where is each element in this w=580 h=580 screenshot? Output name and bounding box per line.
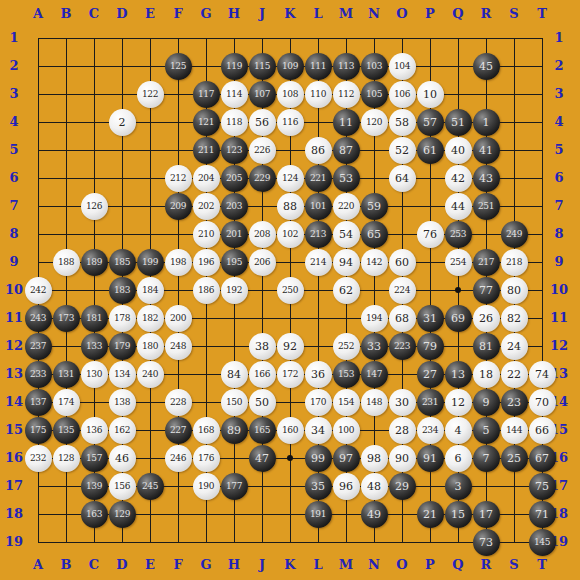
black-stone-O17[interactable]: 29 <box>389 473 416 500</box>
white-stone-K4[interactable]: 116 <box>277 109 304 136</box>
board-point-R5[interactable]: 41 <box>472 136 500 164</box>
white-stone-E10[interactable]: 184 <box>137 277 164 304</box>
black-stone-D9[interactable]: 185 <box>109 249 136 276</box>
board-point-L13[interactable]: 36 <box>304 360 332 388</box>
white-stone-C15[interactable]: 136 <box>81 417 108 444</box>
white-stone-H10[interactable]: 192 <box>221 277 248 304</box>
board-point-H14[interactable]: 150 <box>220 388 248 416</box>
white-stone-O4[interactable]: 58 <box>389 109 416 136</box>
white-stone-M15[interactable]: 100 <box>333 417 360 444</box>
white-stone-H14[interactable]: 150 <box>221 389 248 416</box>
board-point-S15[interactable]: 144 <box>500 416 528 444</box>
board-point-K4[interactable]: 116 <box>276 108 304 136</box>
board-point-R9[interactable]: 217 <box>472 248 500 276</box>
white-stone-S10[interactable]: 80 <box>501 277 528 304</box>
black-stone-Q4[interactable]: 51 <box>445 109 472 136</box>
board-point-Q5[interactable]: 40 <box>444 136 472 164</box>
white-stone-O14[interactable]: 30 <box>389 389 416 416</box>
board-point-A15[interactable]: 175 <box>24 416 52 444</box>
board-point-H6[interactable]: 205 <box>220 164 248 192</box>
white-stone-E11[interactable]: 182 <box>137 305 164 332</box>
board-point-S14[interactable]: 23 <box>500 388 528 416</box>
board-point-M7[interactable]: 220 <box>332 192 360 220</box>
white-stone-N11[interactable]: 194 <box>361 305 388 332</box>
board-point-S8[interactable]: 249 <box>500 220 528 248</box>
white-stone-K7[interactable]: 88 <box>277 193 304 220</box>
board-point-H8[interactable]: 201 <box>220 220 248 248</box>
board-point-K13[interactable]: 172 <box>276 360 304 388</box>
black-stone-R7[interactable]: 251 <box>473 193 500 220</box>
white-stone-O10[interactable]: 224 <box>389 277 416 304</box>
board-point-F11[interactable]: 200 <box>164 304 192 332</box>
white-stone-E3[interactable]: 122 <box>137 81 164 108</box>
white-stone-G9[interactable]: 196 <box>193 249 220 276</box>
board-point-N16[interactable]: 98 <box>360 444 388 472</box>
black-stone-H8[interactable]: 201 <box>221 221 248 248</box>
board-point-L16[interactable]: 99 <box>304 444 332 472</box>
board-point-T19[interactable]: 145 <box>528 528 556 556</box>
board-point-A10[interactable]: 242 <box>24 276 52 304</box>
board-point-F7[interactable]: 209 <box>164 192 192 220</box>
board-point-G17[interactable]: 190 <box>192 472 220 500</box>
board-point-P13[interactable]: 27 <box>416 360 444 388</box>
board-point-L5[interactable]: 86 <box>304 136 332 164</box>
board-point-J15[interactable]: 165 <box>248 416 276 444</box>
white-stone-E13[interactable]: 240 <box>137 361 164 388</box>
white-stone-N14[interactable]: 148 <box>361 389 388 416</box>
board-point-Q8[interactable]: 253 <box>444 220 472 248</box>
black-stone-H9[interactable]: 195 <box>221 249 248 276</box>
board-point-O2[interactable]: 104 <box>388 52 416 80</box>
white-stone-S12[interactable]: 24 <box>501 333 528 360</box>
black-stone-P5[interactable]: 61 <box>417 137 444 164</box>
board-point-E10[interactable]: 184 <box>136 276 164 304</box>
black-stone-O12[interactable]: 223 <box>389 333 416 360</box>
black-stone-R2[interactable]: 45 <box>473 53 500 80</box>
board-point-Q15[interactable]: 4 <box>444 416 472 444</box>
board-point-C7[interactable]: 126 <box>80 192 108 220</box>
board-point-M8[interactable]: 54 <box>332 220 360 248</box>
white-stone-G8[interactable]: 210 <box>193 221 220 248</box>
board-point-S11[interactable]: 82 <box>500 304 528 332</box>
black-stone-Q8[interactable]: 253 <box>445 221 472 248</box>
black-stone-P18[interactable]: 21 <box>417 501 444 528</box>
board-point-C11[interactable]: 181 <box>80 304 108 332</box>
board-point-L9[interactable]: 214 <box>304 248 332 276</box>
board-point-G15[interactable]: 168 <box>192 416 220 444</box>
board-point-R19[interactable]: 73 <box>472 528 500 556</box>
board-point-Q13[interactable]: 13 <box>444 360 472 388</box>
white-stone-G10[interactable]: 186 <box>193 277 220 304</box>
board-point-H2[interactable]: 119 <box>220 52 248 80</box>
board-point-G9[interactable]: 196 <box>192 248 220 276</box>
white-stone-P8[interactable]: 76 <box>417 221 444 248</box>
board-point-B14[interactable]: 174 <box>52 388 80 416</box>
white-stone-Q9[interactable]: 254 <box>445 249 472 276</box>
board-point-N12[interactable]: 33 <box>360 332 388 360</box>
board-point-R13[interactable]: 18 <box>472 360 500 388</box>
board-point-F6[interactable]: 212 <box>164 164 192 192</box>
board-point-C17[interactable]: 139 <box>80 472 108 500</box>
white-stone-N4[interactable]: 120 <box>361 109 388 136</box>
white-stone-G16[interactable]: 176 <box>193 445 220 472</box>
board-point-R15[interactable]: 5 <box>472 416 500 444</box>
white-stone-P3[interactable]: 10 <box>417 81 444 108</box>
board-point-G6[interactable]: 204 <box>192 164 220 192</box>
board-point-D13[interactable]: 134 <box>108 360 136 388</box>
white-stone-F12[interactable]: 248 <box>165 333 192 360</box>
black-stone-L2[interactable]: 111 <box>305 53 332 80</box>
white-stone-Q16[interactable]: 6 <box>445 445 472 472</box>
board-point-D4[interactable]: 2 <box>108 108 136 136</box>
board-point-G8[interactable]: 210 <box>192 220 220 248</box>
black-stone-N7[interactable]: 59 <box>361 193 388 220</box>
white-stone-J9[interactable]: 206 <box>249 249 276 276</box>
board-point-R2[interactable]: 45 <box>472 52 500 80</box>
board-point-B9[interactable]: 188 <box>52 248 80 276</box>
white-stone-F14[interactable]: 228 <box>165 389 192 416</box>
board-point-H15[interactable]: 89 <box>220 416 248 444</box>
black-stone-R10[interactable]: 77 <box>473 277 500 304</box>
black-stone-L8[interactable]: 213 <box>305 221 332 248</box>
black-stone-Q18[interactable]: 15 <box>445 501 472 528</box>
board-point-M2[interactable]: 113 <box>332 52 360 80</box>
board-point-L18[interactable]: 191 <box>304 500 332 528</box>
white-stone-L5[interactable]: 86 <box>305 137 332 164</box>
board-point-O4[interactable]: 58 <box>388 108 416 136</box>
black-stone-P11[interactable]: 31 <box>417 305 444 332</box>
board-point-A16[interactable]: 232 <box>24 444 52 472</box>
white-stone-A10[interactable]: 242 <box>25 277 52 304</box>
board-point-T13[interactable]: 74 <box>528 360 556 388</box>
white-stone-L9[interactable]: 214 <box>305 249 332 276</box>
black-stone-L7[interactable]: 101 <box>305 193 332 220</box>
white-stone-K6[interactable]: 124 <box>277 165 304 192</box>
black-stone-T18[interactable]: 71 <box>529 501 556 528</box>
board-point-O6[interactable]: 64 <box>388 164 416 192</box>
white-stone-Q7[interactable]: 44 <box>445 193 472 220</box>
white-stone-S13[interactable]: 22 <box>501 361 528 388</box>
black-stone-P4[interactable]: 57 <box>417 109 444 136</box>
white-stone-L14[interactable]: 170 <box>305 389 332 416</box>
black-stone-M13[interactable]: 153 <box>333 361 360 388</box>
white-stone-J4[interactable]: 56 <box>249 109 276 136</box>
board-point-M10[interactable]: 62 <box>332 276 360 304</box>
board-point-B16[interactable]: 128 <box>52 444 80 472</box>
black-stone-T19[interactable]: 145 <box>529 529 556 556</box>
white-stone-F9[interactable]: 198 <box>165 249 192 276</box>
white-stone-K12[interactable]: 92 <box>277 333 304 360</box>
black-stone-H5[interactable]: 123 <box>221 137 248 164</box>
black-stone-C9[interactable]: 189 <box>81 249 108 276</box>
board-point-J13[interactable]: 166 <box>248 360 276 388</box>
board-point-A12[interactable]: 237 <box>24 332 52 360</box>
black-stone-M4[interactable]: 11 <box>333 109 360 136</box>
black-stone-E17[interactable]: 245 <box>137 473 164 500</box>
board-point-M3[interactable]: 112 <box>332 80 360 108</box>
board-point-C15[interactable]: 136 <box>80 416 108 444</box>
board-point-H13[interactable]: 84 <box>220 360 248 388</box>
board-point-P12[interactable]: 79 <box>416 332 444 360</box>
board-point-F16[interactable]: 246 <box>164 444 192 472</box>
board-point-Q16[interactable]: 6 <box>444 444 472 472</box>
white-stone-K13[interactable]: 172 <box>277 361 304 388</box>
black-stone-B13[interactable]: 131 <box>53 361 80 388</box>
black-stone-R19[interactable]: 73 <box>473 529 500 556</box>
board-point-N3[interactable]: 105 <box>360 80 388 108</box>
board-point-M5[interactable]: 87 <box>332 136 360 164</box>
board-point-D12[interactable]: 179 <box>108 332 136 360</box>
board-point-J2[interactable]: 115 <box>248 52 276 80</box>
board-point-S16[interactable]: 25 <box>500 444 528 472</box>
black-stone-C11[interactable]: 181 <box>81 305 108 332</box>
board-point-P8[interactable]: 76 <box>416 220 444 248</box>
black-stone-Q17[interactable]: 3 <box>445 473 472 500</box>
board-point-J9[interactable]: 206 <box>248 248 276 276</box>
black-stone-B11[interactable]: 173 <box>53 305 80 332</box>
board-point-N7[interactable]: 59 <box>360 192 388 220</box>
black-stone-L18[interactable]: 191 <box>305 501 332 528</box>
board-point-M12[interactable]: 252 <box>332 332 360 360</box>
white-stone-L3[interactable]: 110 <box>305 81 332 108</box>
board-point-K7[interactable]: 88 <box>276 192 304 220</box>
white-stone-R13[interactable]: 18 <box>473 361 500 388</box>
board-point-F14[interactable]: 228 <box>164 388 192 416</box>
black-stone-G4[interactable]: 121 <box>193 109 220 136</box>
board-point-F15[interactable]: 227 <box>164 416 192 444</box>
board-point-R10[interactable]: 77 <box>472 276 500 304</box>
board-point-G5[interactable]: 211 <box>192 136 220 164</box>
white-stone-O3[interactable]: 106 <box>389 81 416 108</box>
black-stone-F15[interactable]: 227 <box>165 417 192 444</box>
board-point-K6[interactable]: 124 <box>276 164 304 192</box>
board-point-M6[interactable]: 53 <box>332 164 360 192</box>
black-stone-T16[interactable]: 67 <box>529 445 556 472</box>
black-stone-E9[interactable]: 199 <box>137 249 164 276</box>
board-point-P15[interactable]: 234 <box>416 416 444 444</box>
white-stone-T15[interactable]: 66 <box>529 417 556 444</box>
board-point-M4[interactable]: 11 <box>332 108 360 136</box>
black-stone-S14[interactable]: 23 <box>501 389 528 416</box>
board-point-O9[interactable]: 60 <box>388 248 416 276</box>
board-point-Q18[interactable]: 15 <box>444 500 472 528</box>
board-point-K12[interactable]: 92 <box>276 332 304 360</box>
white-stone-J5[interactable]: 226 <box>249 137 276 164</box>
board-point-N14[interactable]: 148 <box>360 388 388 416</box>
board-point-J6[interactable]: 229 <box>248 164 276 192</box>
board-point-E13[interactable]: 240 <box>136 360 164 388</box>
board-point-O12[interactable]: 223 <box>388 332 416 360</box>
black-stone-C12[interactable]: 133 <box>81 333 108 360</box>
board-point-G7[interactable]: 202 <box>192 192 220 220</box>
white-stone-J12[interactable]: 38 <box>249 333 276 360</box>
board-point-A13[interactable]: 233 <box>24 360 52 388</box>
white-stone-M12[interactable]: 252 <box>333 333 360 360</box>
board-point-Q4[interactable]: 51 <box>444 108 472 136</box>
white-stone-L13[interactable]: 36 <box>305 361 332 388</box>
board-point-N13[interactable]: 147 <box>360 360 388 388</box>
white-stone-K10[interactable]: 250 <box>277 277 304 304</box>
board-point-D18[interactable]: 129 <box>108 500 136 528</box>
board-point-C12[interactable]: 133 <box>80 332 108 360</box>
white-stone-H13[interactable]: 84 <box>221 361 248 388</box>
black-stone-R4[interactable]: 1 <box>473 109 500 136</box>
white-stone-Q6[interactable]: 42 <box>445 165 472 192</box>
black-stone-A11[interactable]: 243 <box>25 305 52 332</box>
board-point-O5[interactable]: 52 <box>388 136 416 164</box>
white-stone-G15[interactable]: 168 <box>193 417 220 444</box>
board-point-F12[interactable]: 248 <box>164 332 192 360</box>
board-point-B13[interactable]: 131 <box>52 360 80 388</box>
black-stone-C17[interactable]: 139 <box>81 473 108 500</box>
board-point-T16[interactable]: 67 <box>528 444 556 472</box>
board-point-L8[interactable]: 213 <box>304 220 332 248</box>
white-stone-F6[interactable]: 212 <box>165 165 192 192</box>
board-point-K3[interactable]: 108 <box>276 80 304 108</box>
white-stone-Q5[interactable]: 40 <box>445 137 472 164</box>
board-point-O17[interactable]: 29 <box>388 472 416 500</box>
black-stone-R16[interactable]: 7 <box>473 445 500 472</box>
white-stone-J13[interactable]: 166 <box>249 361 276 388</box>
board-point-N18[interactable]: 49 <box>360 500 388 528</box>
white-stone-Q14[interactable]: 12 <box>445 389 472 416</box>
black-stone-M16[interactable]: 97 <box>333 445 360 472</box>
black-stone-R18[interactable]: 17 <box>473 501 500 528</box>
black-stone-Q13[interactable]: 13 <box>445 361 472 388</box>
black-stone-R14[interactable]: 9 <box>473 389 500 416</box>
white-stone-O2[interactable]: 104 <box>389 53 416 80</box>
white-stone-K3[interactable]: 108 <box>277 81 304 108</box>
white-stone-O5[interactable]: 52 <box>389 137 416 164</box>
board-point-J14[interactable]: 50 <box>248 388 276 416</box>
white-stone-D13[interactable]: 134 <box>109 361 136 388</box>
white-stone-F11[interactable]: 200 <box>165 305 192 332</box>
white-stone-L15[interactable]: 34 <box>305 417 332 444</box>
black-stone-R12[interactable]: 81 <box>473 333 500 360</box>
black-stone-N18[interactable]: 49 <box>361 501 388 528</box>
board-point-B11[interactable]: 173 <box>52 304 80 332</box>
board-point-N17[interactable]: 48 <box>360 472 388 500</box>
board-point-N9[interactable]: 142 <box>360 248 388 276</box>
board-point-H17[interactable]: 177 <box>220 472 248 500</box>
board-point-E12[interactable]: 180 <box>136 332 164 360</box>
black-stone-Q11[interactable]: 69 <box>445 305 472 332</box>
board-point-L14[interactable]: 170 <box>304 388 332 416</box>
white-stone-M8[interactable]: 54 <box>333 221 360 248</box>
black-stone-R5[interactable]: 41 <box>473 137 500 164</box>
board-point-S12[interactable]: 24 <box>500 332 528 360</box>
board-point-O14[interactable]: 30 <box>388 388 416 416</box>
white-stone-N16[interactable]: 98 <box>361 445 388 472</box>
black-stone-M6[interactable]: 53 <box>333 165 360 192</box>
board-point-O10[interactable]: 224 <box>388 276 416 304</box>
board-point-K2[interactable]: 109 <box>276 52 304 80</box>
board-point-J3[interactable]: 107 <box>248 80 276 108</box>
black-stone-R15[interactable]: 5 <box>473 417 500 444</box>
black-stone-G5[interactable]: 211 <box>193 137 220 164</box>
black-stone-C18[interactable]: 163 <box>81 501 108 528</box>
board-point-E3[interactable]: 122 <box>136 80 164 108</box>
white-stone-A16[interactable]: 232 <box>25 445 52 472</box>
board-point-R11[interactable]: 26 <box>472 304 500 332</box>
board-point-P14[interactable]: 231 <box>416 388 444 416</box>
white-stone-O16[interactable]: 90 <box>389 445 416 472</box>
board-point-G3[interactable]: 117 <box>192 80 220 108</box>
white-stone-T14[interactable]: 70 <box>529 389 556 416</box>
board-point-R16[interactable]: 7 <box>472 444 500 472</box>
board-point-T18[interactable]: 71 <box>528 500 556 528</box>
black-stone-T17[interactable]: 75 <box>529 473 556 500</box>
board-point-A14[interactable]: 137 <box>24 388 52 416</box>
board-point-H4[interactable]: 118 <box>220 108 248 136</box>
black-stone-P16[interactable]: 91 <box>417 445 444 472</box>
board-point-P11[interactable]: 31 <box>416 304 444 332</box>
board-point-A11[interactable]: 243 <box>24 304 52 332</box>
board-point-T15[interactable]: 66 <box>528 416 556 444</box>
board-point-H9[interactable]: 195 <box>220 248 248 276</box>
board-point-J12[interactable]: 38 <box>248 332 276 360</box>
board-point-O11[interactable]: 68 <box>388 304 416 332</box>
black-stone-R6[interactable]: 43 <box>473 165 500 192</box>
black-stone-D12[interactable]: 179 <box>109 333 136 360</box>
white-stone-M7[interactable]: 220 <box>333 193 360 220</box>
black-stone-H17[interactable]: 177 <box>221 473 248 500</box>
black-stone-J16[interactable]: 47 <box>249 445 276 472</box>
board-point-M17[interactable]: 96 <box>332 472 360 500</box>
board-point-L6[interactable]: 221 <box>304 164 332 192</box>
white-stone-G7[interactable]: 202 <box>193 193 220 220</box>
white-stone-H4[interactable]: 118 <box>221 109 248 136</box>
white-stone-C13[interactable]: 130 <box>81 361 108 388</box>
board-point-K15[interactable]: 160 <box>276 416 304 444</box>
white-stone-Q15[interactable]: 4 <box>445 417 472 444</box>
board-point-L2[interactable]: 111 <box>304 52 332 80</box>
board-point-M15[interactable]: 100 <box>332 416 360 444</box>
black-stone-H6[interactable]: 205 <box>221 165 248 192</box>
board-point-H7[interactable]: 203 <box>220 192 248 220</box>
board-point-D15[interactable]: 162 <box>108 416 136 444</box>
white-stone-D15[interactable]: 162 <box>109 417 136 444</box>
board-point-H10[interactable]: 192 <box>220 276 248 304</box>
board-point-P5[interactable]: 61 <box>416 136 444 164</box>
board-point-M9[interactable]: 94 <box>332 248 360 276</box>
white-stone-O15[interactable]: 28 <box>389 417 416 444</box>
board-point-S13[interactable]: 22 <box>500 360 528 388</box>
white-stone-M14[interactable]: 154 <box>333 389 360 416</box>
board-point-Q9[interactable]: 254 <box>444 248 472 276</box>
white-stone-F16[interactable]: 246 <box>165 445 192 472</box>
board-point-F2[interactable]: 125 <box>164 52 192 80</box>
black-stone-N2[interactable]: 103 <box>361 53 388 80</box>
white-stone-S9[interactable]: 218 <box>501 249 528 276</box>
board-point-R12[interactable]: 81 <box>472 332 500 360</box>
black-stone-A13[interactable]: 233 <box>25 361 52 388</box>
white-stone-B16[interactable]: 128 <box>53 445 80 472</box>
white-stone-N17[interactable]: 48 <box>361 473 388 500</box>
black-stone-M5[interactable]: 87 <box>333 137 360 164</box>
board-point-F9[interactable]: 198 <box>164 248 192 276</box>
white-stone-S11[interactable]: 82 <box>501 305 528 332</box>
white-stone-S15[interactable]: 144 <box>501 417 528 444</box>
board-point-C13[interactable]: 130 <box>80 360 108 388</box>
black-stone-F2[interactable]: 125 <box>165 53 192 80</box>
board-point-C18[interactable]: 163 <box>80 500 108 528</box>
board-point-P3[interactable]: 10 <box>416 80 444 108</box>
black-stone-K2[interactable]: 109 <box>277 53 304 80</box>
board-point-P18[interactable]: 21 <box>416 500 444 528</box>
white-stone-D17[interactable]: 156 <box>109 473 136 500</box>
black-stone-P14[interactable]: 231 <box>417 389 444 416</box>
